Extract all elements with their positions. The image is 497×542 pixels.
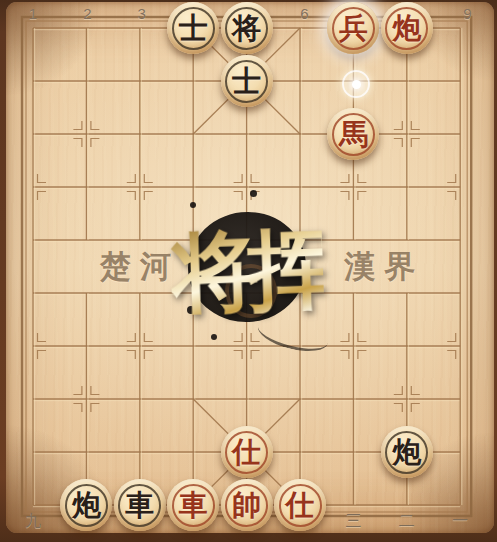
piece-character: 仕: [286, 491, 315, 520]
piece-red-advisor[interactable]: 仕: [274, 479, 326, 531]
piece-red-advisor[interactable]: 仕: [221, 426, 273, 478]
piece-character: 炮: [392, 14, 421, 43]
piece-character: 士: [232, 67, 261, 96]
xiangqi-board[interactable]: 楚河 漢界 将挥 123456789 九八七六五四三二一 士将兵炮士馬仕炮炮車車…: [0, 0, 497, 542]
ink-splash-dot: [250, 190, 257, 197]
piece-character: 士: [179, 14, 208, 43]
file-label-bottom-3: 三: [345, 511, 361, 532]
file-label-bottom-1: 一: [452, 511, 468, 532]
piece-black-cannon[interactable]: 炮: [381, 426, 433, 478]
piece-red-chariot[interactable]: 車: [167, 479, 219, 531]
piece-black-general[interactable]: 将: [221, 2, 273, 54]
piece-character: 仕: [232, 438, 261, 467]
piece-red-soldier[interactable]: 兵: [327, 2, 379, 54]
file-label-top-1: 1: [29, 5, 37, 22]
piece-red-general[interactable]: 帥: [221, 479, 273, 531]
piece-black-advisor[interactable]: 士: [167, 2, 219, 54]
piece-character: 車: [179, 491, 208, 520]
piece-black-advisor[interactable]: 士: [221, 55, 273, 107]
piece-red-cannon[interactable]: 炮: [381, 2, 433, 54]
piece-character: 兵: [339, 14, 368, 43]
piece-character: 車: [125, 491, 154, 520]
piece-character: 帥: [232, 491, 261, 520]
piece-character: 炮: [72, 491, 101, 520]
piece-character: 馬: [339, 120, 368, 149]
piece-red-horse[interactable]: 馬: [327, 108, 379, 160]
file-label-top-9: 9: [463, 5, 471, 22]
piece-character: 炮: [392, 438, 421, 467]
piece-black-cannon[interactable]: 炮: [60, 479, 112, 531]
ink-splash-dot: [211, 334, 217, 340]
file-label-bottom-9: 九: [25, 511, 41, 532]
river-label-left: 楚河: [100, 246, 180, 288]
file-label-bottom-2: 二: [399, 511, 415, 532]
ink-splash-dot: [190, 202, 196, 208]
piece-black-chariot[interactable]: 車: [114, 479, 166, 531]
file-label-top-6: 6: [300, 5, 308, 22]
logo-text: 将挥: [170, 223, 325, 316]
file-label-top-3: 3: [137, 5, 145, 22]
last-move-dot: [352, 80, 361, 89]
file-label-top-2: 2: [83, 5, 91, 22]
piece-character: 将: [232, 14, 261, 43]
last-move-indicator: [342, 70, 370, 98]
river-label-right: 漢界: [344, 246, 424, 288]
